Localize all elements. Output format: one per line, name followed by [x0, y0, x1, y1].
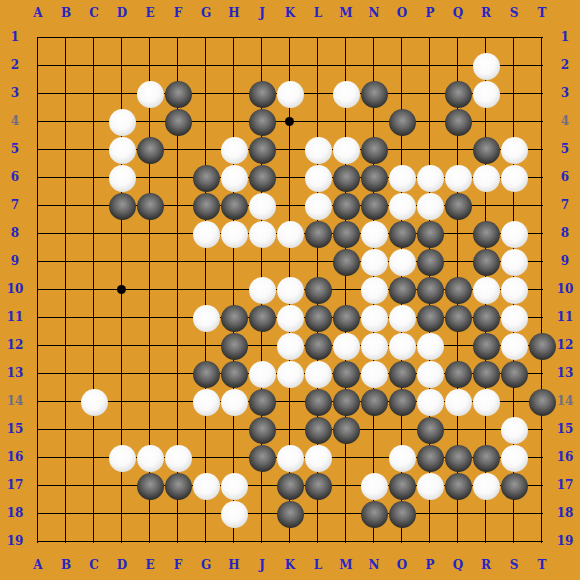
intersection-P17[interactable] — [416, 472, 444, 500]
intersection-P7[interactable] — [416, 192, 444, 220]
intersection-Q9[interactable] — [444, 248, 472, 276]
intersection-B14[interactable] — [52, 388, 80, 416]
intersection-A8[interactable] — [24, 220, 52, 248]
intersection-Q16[interactable] — [444, 444, 472, 472]
intersection-L2[interactable] — [304, 52, 332, 80]
intersection-K18[interactable] — [276, 500, 304, 528]
intersection-G18[interactable] — [192, 500, 220, 528]
intersection-O17[interactable] — [388, 472, 416, 500]
intersection-P19[interactable] — [416, 528, 444, 556]
intersection-F2[interactable] — [164, 52, 192, 80]
intersection-B13[interactable] — [52, 360, 80, 388]
intersection-G9[interactable] — [192, 248, 220, 276]
intersection-S6[interactable] — [500, 164, 528, 192]
intersection-K17[interactable] — [276, 472, 304, 500]
intersection-B5[interactable] — [52, 136, 80, 164]
intersection-A16[interactable] — [24, 444, 52, 472]
intersection-S14[interactable] — [500, 388, 528, 416]
intersection-L19[interactable] — [304, 528, 332, 556]
intersection-D1[interactable] — [108, 24, 136, 52]
intersection-B3[interactable] — [52, 80, 80, 108]
intersection-P13[interactable] — [416, 360, 444, 388]
intersection-L8[interactable] — [304, 220, 332, 248]
intersection-H17[interactable] — [220, 472, 248, 500]
intersection-F10[interactable] — [164, 276, 192, 304]
intersection-J13[interactable] — [248, 360, 276, 388]
intersection-F8[interactable] — [164, 220, 192, 248]
intersection-D6[interactable] — [108, 164, 136, 192]
intersection-E3[interactable] — [136, 80, 164, 108]
intersection-C15[interactable] — [80, 416, 108, 444]
intersection-L11[interactable] — [304, 304, 332, 332]
intersection-K13[interactable] — [276, 360, 304, 388]
intersection-S11[interactable] — [500, 304, 528, 332]
intersection-F17[interactable] — [164, 472, 192, 500]
intersection-D11[interactable] — [108, 304, 136, 332]
intersection-F6[interactable] — [164, 164, 192, 192]
intersection-P1[interactable] — [416, 24, 444, 52]
intersection-M2[interactable] — [332, 52, 360, 80]
intersection-K3[interactable] — [276, 80, 304, 108]
intersection-N6[interactable] — [360, 164, 388, 192]
intersection-O16[interactable] — [388, 444, 416, 472]
intersection-E19[interactable] — [136, 528, 164, 556]
intersection-E9[interactable] — [136, 248, 164, 276]
intersection-E1[interactable] — [136, 24, 164, 52]
intersection-G16[interactable] — [192, 444, 220, 472]
intersection-F1[interactable] — [164, 24, 192, 52]
intersection-L6[interactable] — [304, 164, 332, 192]
intersection-Q7[interactable] — [444, 192, 472, 220]
intersection-P10[interactable] — [416, 276, 444, 304]
intersection-B12[interactable] — [52, 332, 80, 360]
intersection-A2[interactable] — [24, 52, 52, 80]
intersection-E8[interactable] — [136, 220, 164, 248]
intersection-A5[interactable] — [24, 136, 52, 164]
intersection-O13[interactable] — [388, 360, 416, 388]
intersection-R2[interactable] — [472, 52, 500, 80]
intersection-H18[interactable] — [220, 500, 248, 528]
intersection-K15[interactable] — [276, 416, 304, 444]
intersection-E4[interactable] — [136, 108, 164, 136]
intersection-L12[interactable] — [304, 332, 332, 360]
intersection-D7[interactable] — [108, 192, 136, 220]
intersection-F16[interactable] — [164, 444, 192, 472]
intersection-E13[interactable] — [136, 360, 164, 388]
intersection-E5[interactable] — [136, 136, 164, 164]
intersection-H4[interactable] — [220, 108, 248, 136]
intersection-E11[interactable] — [136, 304, 164, 332]
intersection-L17[interactable] — [304, 472, 332, 500]
intersection-F7[interactable] — [164, 192, 192, 220]
intersection-R3[interactable] — [472, 80, 500, 108]
intersection-J4[interactable] — [248, 108, 276, 136]
intersection-J9[interactable] — [248, 248, 276, 276]
intersection-G15[interactable] — [192, 416, 220, 444]
intersection-J6[interactable] — [248, 164, 276, 192]
intersection-H14[interactable] — [220, 388, 248, 416]
intersection-S13[interactable] — [500, 360, 528, 388]
intersection-O4[interactable] — [388, 108, 416, 136]
intersection-E10[interactable] — [136, 276, 164, 304]
intersection-J2[interactable] — [248, 52, 276, 80]
intersection-N3[interactable] — [360, 80, 388, 108]
intersection-K11[interactable] — [276, 304, 304, 332]
intersection-Q6[interactable] — [444, 164, 472, 192]
intersection-B18[interactable] — [52, 500, 80, 528]
intersection-J14[interactable] — [248, 388, 276, 416]
intersection-D13[interactable] — [108, 360, 136, 388]
intersection-G10[interactable] — [192, 276, 220, 304]
intersection-H19[interactable] — [220, 528, 248, 556]
intersection-S3[interactable] — [500, 80, 528, 108]
intersection-Q18[interactable] — [444, 500, 472, 528]
intersection-R17[interactable] — [472, 472, 500, 500]
intersection-P2[interactable] — [416, 52, 444, 80]
intersection-S4[interactable] — [500, 108, 528, 136]
intersection-R16[interactable] — [472, 444, 500, 472]
intersection-N14[interactable] — [360, 388, 388, 416]
intersection-D18[interactable] — [108, 500, 136, 528]
intersection-D9[interactable] — [108, 248, 136, 276]
intersection-M10[interactable] — [332, 276, 360, 304]
intersection-K14[interactable] — [276, 388, 304, 416]
intersection-H8[interactable] — [220, 220, 248, 248]
intersection-C8[interactable] — [80, 220, 108, 248]
intersection-C1[interactable] — [80, 24, 108, 52]
intersection-G2[interactable] — [192, 52, 220, 80]
intersection-Q10[interactable] — [444, 276, 472, 304]
intersection-L7[interactable] — [304, 192, 332, 220]
intersection-A3[interactable] — [24, 80, 52, 108]
intersection-M1[interactable] — [332, 24, 360, 52]
intersection-F3[interactable] — [164, 80, 192, 108]
intersection-O5[interactable] — [388, 136, 416, 164]
intersection-H11[interactable] — [220, 304, 248, 332]
intersection-K10[interactable] — [276, 276, 304, 304]
intersection-P6[interactable] — [416, 164, 444, 192]
intersection-C16[interactable] — [80, 444, 108, 472]
intersection-K2[interactable] — [276, 52, 304, 80]
intersection-J7[interactable] — [248, 192, 276, 220]
intersection-L5[interactable] — [304, 136, 332, 164]
intersection-N18[interactable] — [360, 500, 388, 528]
intersection-S12[interactable] — [500, 332, 528, 360]
intersection-N11[interactable] — [360, 304, 388, 332]
intersection-J8[interactable] — [248, 220, 276, 248]
intersection-A6[interactable] — [24, 164, 52, 192]
intersection-Q8[interactable] — [444, 220, 472, 248]
intersection-L18[interactable] — [304, 500, 332, 528]
intersection-R12[interactable] — [472, 332, 500, 360]
intersection-O3[interactable] — [388, 80, 416, 108]
intersection-B10[interactable] — [52, 276, 80, 304]
intersection-J17[interactable] — [248, 472, 276, 500]
intersection-D2[interactable] — [108, 52, 136, 80]
intersection-B7[interactable] — [52, 192, 80, 220]
intersection-O6[interactable] — [388, 164, 416, 192]
intersection-L4[interactable] — [304, 108, 332, 136]
intersection-B9[interactable] — [52, 248, 80, 276]
intersection-B19[interactable] — [52, 528, 80, 556]
intersection-C13[interactable] — [80, 360, 108, 388]
intersection-H16[interactable] — [220, 444, 248, 472]
intersection-L16[interactable] — [304, 444, 332, 472]
intersection-B15[interactable] — [52, 416, 80, 444]
intersection-B16[interactable] — [52, 444, 80, 472]
intersection-L15[interactable] — [304, 416, 332, 444]
intersection-A18[interactable] — [24, 500, 52, 528]
intersection-M16[interactable] — [332, 444, 360, 472]
intersection-A19[interactable] — [24, 528, 52, 556]
intersection-O1[interactable] — [388, 24, 416, 52]
intersection-P15[interactable] — [416, 416, 444, 444]
intersection-L3[interactable] — [304, 80, 332, 108]
intersection-E12[interactable] — [136, 332, 164, 360]
intersection-O19[interactable] — [388, 528, 416, 556]
intersection-H2[interactable] — [220, 52, 248, 80]
intersection-D19[interactable] — [108, 528, 136, 556]
intersection-P16[interactable] — [416, 444, 444, 472]
intersection-K19[interactable] — [276, 528, 304, 556]
intersection-O11[interactable] — [388, 304, 416, 332]
intersection-R11[interactable] — [472, 304, 500, 332]
intersection-N16[interactable] — [360, 444, 388, 472]
intersection-N4[interactable] — [360, 108, 388, 136]
intersection-G8[interactable] — [192, 220, 220, 248]
intersection-D16[interactable] — [108, 444, 136, 472]
intersection-A4[interactable] — [24, 108, 52, 136]
intersection-E2[interactable] — [136, 52, 164, 80]
intersection-A1[interactable] — [24, 24, 52, 52]
intersection-Q1[interactable] — [444, 24, 472, 52]
intersection-F13[interactable] — [164, 360, 192, 388]
intersection-S5[interactable] — [500, 136, 528, 164]
intersection-Q13[interactable] — [444, 360, 472, 388]
intersection-H12[interactable] — [220, 332, 248, 360]
intersection-F4[interactable] — [164, 108, 192, 136]
intersection-R7[interactable] — [472, 192, 500, 220]
intersection-Q15[interactable] — [444, 416, 472, 444]
intersection-C14[interactable] — [80, 388, 108, 416]
intersection-P4[interactable] — [416, 108, 444, 136]
intersection-M18[interactable] — [332, 500, 360, 528]
intersection-A14[interactable] — [24, 388, 52, 416]
intersection-R10[interactable] — [472, 276, 500, 304]
intersection-E7[interactable] — [136, 192, 164, 220]
intersection-L13[interactable] — [304, 360, 332, 388]
intersection-A9[interactable] — [24, 248, 52, 276]
intersection-R9[interactable] — [472, 248, 500, 276]
intersection-Q5[interactable] — [444, 136, 472, 164]
intersection-A13[interactable] — [24, 360, 52, 388]
intersection-O15[interactable] — [388, 416, 416, 444]
intersection-O8[interactable] — [388, 220, 416, 248]
intersection-E17[interactable] — [136, 472, 164, 500]
intersection-Q2[interactable] — [444, 52, 472, 80]
intersection-G6[interactable] — [192, 164, 220, 192]
intersection-G19[interactable] — [192, 528, 220, 556]
intersection-F18[interactable] — [164, 500, 192, 528]
intersection-P14[interactable] — [416, 388, 444, 416]
intersection-G12[interactable] — [192, 332, 220, 360]
intersection-S10[interactable] — [500, 276, 528, 304]
intersection-C2[interactable] — [80, 52, 108, 80]
intersection-J16[interactable] — [248, 444, 276, 472]
intersection-D14[interactable] — [108, 388, 136, 416]
intersection-G1[interactable] — [192, 24, 220, 52]
intersection-F11[interactable] — [164, 304, 192, 332]
intersection-N12[interactable] — [360, 332, 388, 360]
intersection-Q19[interactable] — [444, 528, 472, 556]
intersection-C5[interactable] — [80, 136, 108, 164]
intersection-M6[interactable] — [332, 164, 360, 192]
intersection-N1[interactable] — [360, 24, 388, 52]
intersection-B4[interactable] — [52, 108, 80, 136]
intersection-R14[interactable] — [472, 388, 500, 416]
intersection-D8[interactable] — [108, 220, 136, 248]
intersection-S8[interactable] — [500, 220, 528, 248]
intersection-J10[interactable] — [248, 276, 276, 304]
intersection-O14[interactable] — [388, 388, 416, 416]
intersection-E6[interactable] — [136, 164, 164, 192]
intersection-R8[interactable] — [472, 220, 500, 248]
intersection-H7[interactable] — [220, 192, 248, 220]
intersection-C18[interactable] — [80, 500, 108, 528]
intersection-M5[interactable] — [332, 136, 360, 164]
intersection-D4[interactable] — [108, 108, 136, 136]
intersection-H6[interactable] — [220, 164, 248, 192]
intersection-O2[interactable] — [388, 52, 416, 80]
intersection-E15[interactable] — [136, 416, 164, 444]
intersection-J5[interactable] — [248, 136, 276, 164]
intersection-P9[interactable] — [416, 248, 444, 276]
intersection-C3[interactable] — [80, 80, 108, 108]
intersection-H1[interactable] — [220, 24, 248, 52]
intersection-C17[interactable] — [80, 472, 108, 500]
intersection-R1[interactable] — [472, 24, 500, 52]
intersection-N10[interactable] — [360, 276, 388, 304]
intersection-C6[interactable] — [80, 164, 108, 192]
intersection-F9[interactable] — [164, 248, 192, 276]
intersection-C19[interactable] — [80, 528, 108, 556]
intersection-K1[interactable] — [276, 24, 304, 52]
intersection-A12[interactable] — [24, 332, 52, 360]
intersection-M13[interactable] — [332, 360, 360, 388]
intersection-M7[interactable] — [332, 192, 360, 220]
intersection-Q12[interactable] — [444, 332, 472, 360]
intersection-K8[interactable] — [276, 220, 304, 248]
intersection-S19[interactable] — [500, 528, 528, 556]
intersection-A11[interactable] — [24, 304, 52, 332]
intersection-C7[interactable] — [80, 192, 108, 220]
intersection-J1[interactable] — [248, 24, 276, 52]
intersection-P12[interactable] — [416, 332, 444, 360]
intersection-H15[interactable] — [220, 416, 248, 444]
intersection-F15[interactable] — [164, 416, 192, 444]
intersection-G11[interactable] — [192, 304, 220, 332]
intersection-J11[interactable] — [248, 304, 276, 332]
intersection-R18[interactable] — [472, 500, 500, 528]
intersection-L10[interactable] — [304, 276, 332, 304]
intersection-R5[interactable] — [472, 136, 500, 164]
intersection-H9[interactable] — [220, 248, 248, 276]
intersection-M9[interactable] — [332, 248, 360, 276]
intersection-K7[interactable] — [276, 192, 304, 220]
intersection-S15[interactable] — [500, 416, 528, 444]
intersection-J19[interactable] — [248, 528, 276, 556]
intersection-O18[interactable] — [388, 500, 416, 528]
intersection-J3[interactable] — [248, 80, 276, 108]
intersection-D17[interactable] — [108, 472, 136, 500]
intersection-P3[interactable] — [416, 80, 444, 108]
intersection-B8[interactable] — [52, 220, 80, 248]
intersection-G13[interactable] — [192, 360, 220, 388]
intersection-N17[interactable] — [360, 472, 388, 500]
intersection-J12[interactable] — [248, 332, 276, 360]
intersection-M12[interactable] — [332, 332, 360, 360]
intersection-D5[interactable] — [108, 136, 136, 164]
intersection-L14[interactable] — [304, 388, 332, 416]
intersection-G14[interactable] — [192, 388, 220, 416]
intersection-R13[interactable] — [472, 360, 500, 388]
intersection-R4[interactable] — [472, 108, 500, 136]
intersection-L1[interactable] — [304, 24, 332, 52]
intersection-N5[interactable] — [360, 136, 388, 164]
intersection-M19[interactable] — [332, 528, 360, 556]
intersection-C10[interactable] — [80, 276, 108, 304]
intersection-N15[interactable] — [360, 416, 388, 444]
intersection-C11[interactable] — [80, 304, 108, 332]
intersection-F14[interactable] — [164, 388, 192, 416]
intersection-M14[interactable] — [332, 388, 360, 416]
intersection-P18[interactable] — [416, 500, 444, 528]
intersection-E14[interactable] — [136, 388, 164, 416]
intersection-P8[interactable] — [416, 220, 444, 248]
intersection-Q4[interactable] — [444, 108, 472, 136]
intersection-O9[interactable] — [388, 248, 416, 276]
intersection-R19[interactable] — [472, 528, 500, 556]
intersection-A7[interactable] — [24, 192, 52, 220]
intersection-B11[interactable] — [52, 304, 80, 332]
intersection-A15[interactable] — [24, 416, 52, 444]
intersection-P5[interactable] — [416, 136, 444, 164]
intersection-A10[interactable] — [24, 276, 52, 304]
intersection-O10[interactable] — [388, 276, 416, 304]
intersection-G5[interactable] — [192, 136, 220, 164]
intersection-K16[interactable] — [276, 444, 304, 472]
intersection-Q14[interactable] — [444, 388, 472, 416]
intersection-S2[interactable] — [500, 52, 528, 80]
intersection-N7[interactable] — [360, 192, 388, 220]
intersection-H10[interactable] — [220, 276, 248, 304]
intersection-N13[interactable] — [360, 360, 388, 388]
intersection-K6[interactable] — [276, 164, 304, 192]
intersection-B17[interactable] — [52, 472, 80, 500]
intersection-M3[interactable] — [332, 80, 360, 108]
intersection-E16[interactable] — [136, 444, 164, 472]
go-board[interactable]: AABBCCDDEEFFGGHHJJKKLLMMNNOOPPQQRRSSTT11… — [0, 0, 580, 580]
intersection-S18[interactable] — [500, 500, 528, 528]
intersection-S1[interactable] — [500, 24, 528, 52]
intersection-C4[interactable] — [80, 108, 108, 136]
intersection-N9[interactable] — [360, 248, 388, 276]
intersection-R6[interactable] — [472, 164, 500, 192]
intersection-B1[interactable] — [52, 24, 80, 52]
intersection-K12[interactable] — [276, 332, 304, 360]
intersection-C9[interactable] — [80, 248, 108, 276]
intersection-L9[interactable] — [304, 248, 332, 276]
